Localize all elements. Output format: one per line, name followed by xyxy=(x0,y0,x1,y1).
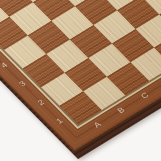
board-photo: ABCDEFGH 87654321 xyxy=(0,0,161,161)
rank-label-3: 3 xyxy=(11,73,33,94)
rank-label-2: 2 xyxy=(30,92,52,113)
chess-board: ABCDEFGH 87654321 xyxy=(0,0,161,151)
rank-label-1: 1 xyxy=(48,110,70,131)
